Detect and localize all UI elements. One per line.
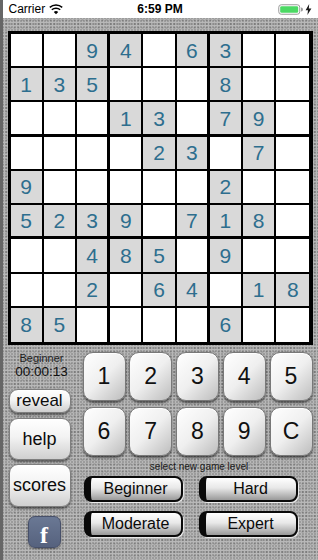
cell-r1c3[interactable]: 9 [77, 34, 110, 68]
cell-r9c8[interactable] [243, 308, 276, 342]
cell-r5c9[interactable] [276, 171, 309, 205]
cell-r8c2[interactable] [44, 274, 77, 308]
new-game-moderate-button[interactable]: Moderate [84, 511, 183, 537]
cell-r6c3[interactable]: 3 [77, 205, 110, 239]
key-8[interactable]: 8 [176, 407, 219, 456]
wifi-icon [49, 4, 63, 15]
cell-r3c6[interactable] [177, 102, 210, 136]
cell-r9c3[interactable] [77, 308, 110, 342]
cell-r9c5[interactable] [143, 308, 176, 342]
cell-r3c7[interactable]: 7 [210, 102, 243, 136]
number-keypad: 1 2 3 4 5 6 7 8 9 C [83, 352, 313, 456]
cell-r1c9[interactable] [276, 34, 309, 68]
cell-r6c4[interactable]: 9 [110, 205, 143, 239]
cell-r2c7[interactable]: 8 [210, 68, 243, 102]
cell-r9c2[interactable]: 5 [44, 308, 77, 342]
cell-r4c3[interactable] [77, 137, 110, 171]
cell-r2c2[interactable]: 3 [44, 68, 77, 102]
cell-r5c3[interactable] [77, 171, 110, 205]
cell-r5c6[interactable] [177, 171, 210, 205]
cell-r8c7[interactable] [210, 274, 243, 308]
scores-button[interactable]: scores [9, 464, 71, 507]
cell-r6c5[interactable] [143, 205, 176, 239]
key-7[interactable]: 7 [129, 407, 172, 456]
new-game-hard-button[interactable]: Hard [199, 476, 298, 502]
cell-r5c5[interactable] [143, 171, 176, 205]
cell-r2c3[interactable]: 5 [77, 68, 110, 102]
key-2[interactable]: 2 [129, 352, 172, 401]
cell-r4c4[interactable] [110, 137, 143, 171]
reveal-button[interactable]: reveal [9, 389, 71, 413]
cell-r5c8[interactable] [243, 171, 276, 205]
cell-r3c2[interactable] [44, 102, 77, 136]
cell-r1c8[interactable] [243, 34, 276, 68]
timer: 00:00:13 [3, 364, 81, 379]
new-game-expert-button[interactable]: Expert [199, 511, 298, 537]
cell-r6c2[interactable]: 2 [44, 205, 77, 239]
battery-icon [278, 4, 303, 15]
cell-r3c3[interactable] [77, 102, 110, 136]
cell-r7c8[interactable] [243, 239, 276, 273]
cell-r2c5[interactable] [143, 68, 176, 102]
cell-r4c8[interactable]: 7 [243, 137, 276, 171]
cell-r8c3[interactable]: 2 [77, 274, 110, 308]
cell-r1c2[interactable] [44, 34, 77, 68]
cell-r4c5[interactable]: 2 [143, 137, 176, 171]
cell-r8c9[interactable]: 8 [276, 274, 309, 308]
app-screen: Carrier 6:59 PM 946313581379237925239718… [3, 0, 318, 560]
cell-r4c9[interactable] [276, 137, 309, 171]
cell-r2c1[interactable]: 1 [11, 68, 44, 102]
cell-r1c4[interactable]: 4 [110, 34, 143, 68]
cell-r2c9[interactable] [276, 68, 309, 102]
cell-r4c1[interactable] [11, 137, 44, 171]
cell-r2c6[interactable] [177, 68, 210, 102]
cell-r8c5[interactable]: 6 [143, 274, 176, 308]
key-5[interactable]: 5 [270, 352, 313, 401]
cell-r4c2[interactable] [44, 137, 77, 171]
facebook-f-icon: f [40, 524, 48, 547]
cell-r7c5[interactable]: 5 [143, 239, 176, 273]
cell-r5c7[interactable]: 2 [210, 171, 243, 205]
cell-r6c8[interactable]: 8 [243, 205, 276, 239]
cell-r3c9[interactable] [276, 102, 309, 136]
charging-bolt-icon [305, 4, 312, 15]
help-button[interactable]: help [9, 418, 71, 460]
cell-r1c6[interactable]: 6 [177, 34, 210, 68]
cell-r9c4[interactable] [110, 308, 143, 342]
cell-r6c1[interactable]: 5 [11, 205, 44, 239]
status-right [222, 4, 312, 15]
cell-r5c1[interactable]: 9 [11, 171, 44, 205]
cell-r4c6[interactable]: 3 [177, 137, 210, 171]
cell-r9c7[interactable]: 6 [210, 308, 243, 342]
cell-r3c5[interactable]: 3 [143, 102, 176, 136]
cell-r3c8[interactable]: 9 [243, 102, 276, 136]
cell-r1c1[interactable] [11, 34, 44, 68]
key-4[interactable]: 4 [223, 352, 266, 401]
cell-r9c9[interactable] [276, 308, 309, 342]
cell-r3c1[interactable] [11, 102, 44, 136]
new-game-beginner-button[interactable]: Beginner [84, 476, 183, 502]
cell-r8c6[interactable]: 4 [177, 274, 210, 308]
key-3[interactable]: 3 [176, 352, 219, 401]
cell-r7c4[interactable]: 8 [110, 239, 143, 273]
cell-r8c4[interactable] [110, 274, 143, 308]
cell-r7c7[interactable]: 9 [210, 239, 243, 273]
cell-r2c8[interactable] [243, 68, 276, 102]
key-6[interactable]: 6 [83, 407, 126, 456]
cell-r5c2[interactable] [44, 171, 77, 205]
level-select-caption: select new game level [81, 461, 318, 472]
cell-r4c7[interactable] [210, 137, 243, 171]
cell-r7c3[interactable]: 4 [77, 239, 110, 273]
key-1[interactable]: 1 [83, 352, 126, 401]
cell-r7c9[interactable] [276, 239, 309, 273]
level-select-group: Beginner Hard Moderate Expert [84, 476, 298, 537]
carrier-label: Carrier [9, 2, 46, 16]
status-left: Carrier [9, 2, 99, 16]
cell-r7c2[interactable] [44, 239, 77, 273]
sudoku-board: 946313581379237925239718485926418856 [8, 31, 313, 345]
key-9[interactable]: 9 [223, 407, 266, 456]
cell-r6c7[interactable]: 1 [210, 205, 243, 239]
current-level-label: Beginner [3, 352, 81, 364]
facebook-button[interactable]: f [28, 516, 61, 548]
cell-r1c7[interactable]: 3 [210, 34, 243, 68]
status-bar: Carrier 6:59 PM [3, 0, 318, 18]
cell-r1c5[interactable] [143, 34, 176, 68]
cell-r6c6[interactable]: 7 [177, 205, 210, 239]
cell-r8c8[interactable]: 1 [243, 274, 276, 308]
cell-r9c1[interactable]: 8 [11, 308, 44, 342]
cell-r6c9[interactable] [276, 205, 309, 239]
cell-r8c1[interactable] [11, 274, 44, 308]
cell-r3c4[interactable]: 1 [110, 102, 143, 136]
key-clear[interactable]: C [270, 407, 313, 456]
cell-r5c4[interactable] [110, 171, 143, 205]
cell-r7c6[interactable] [177, 239, 210, 273]
cell-r2c4[interactable] [110, 68, 143, 102]
cell-r9c6[interactable] [177, 308, 210, 342]
cell-r7c1[interactable] [11, 239, 44, 273]
